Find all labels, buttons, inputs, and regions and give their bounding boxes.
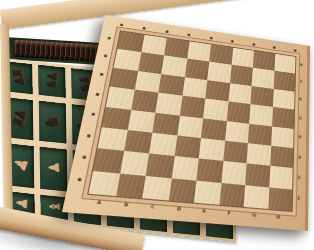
board-square [89, 171, 120, 196]
board-square [199, 138, 225, 161]
rank-label: 2 [297, 176, 300, 181]
board-square [219, 183, 245, 207]
board-square [194, 180, 221, 205]
frame-dot [96, 93, 100, 96]
frame-dot [104, 54, 108, 57]
board-square [221, 161, 247, 185]
frame-dot [107, 36, 111, 39]
compartment-cell: ♞♟ [38, 65, 66, 98]
frame-dot [187, 33, 190, 36]
file-label: F [227, 211, 231, 216]
stored-chess-piece: ♞♟ [45, 72, 58, 90]
rank-label: 1 [297, 197, 300, 202]
board-square [201, 118, 226, 141]
frame-dot [82, 155, 86, 159]
board-square [223, 141, 248, 164]
board-square [155, 93, 182, 115]
board-square [149, 133, 177, 157]
board-square [146, 154, 174, 178]
board-square [272, 107, 295, 129]
board-square [177, 115, 203, 138]
board-square [196, 159, 222, 183]
board-square [93, 148, 123, 173]
board-square [98, 127, 128, 151]
file-label: H [276, 215, 280, 220]
board-square [269, 166, 293, 189]
frame-dot [77, 178, 81, 182]
stored-chess-piece: ♝ [47, 203, 62, 213]
board-square [127, 109, 155, 132]
compartment-cell: ♞ [39, 101, 67, 144]
board-square [225, 121, 250, 143]
rank-label: 6 [299, 98, 302, 102]
stored-chess-piece: ♟♜ [11, 70, 26, 86]
product-photo-stage: Wooden chess set: empty chessboard lid p… [0, 0, 314, 250]
board-square [171, 156, 198, 180]
board-square [247, 143, 271, 166]
board-square [248, 123, 272, 145]
board-square [131, 90, 159, 113]
frame-dot [119, 23, 123, 26]
file-label: D [177, 207, 182, 212]
file-label: E [202, 209, 206, 214]
rank-label: 8 [300, 63, 303, 67]
frame-dot [87, 134, 91, 138]
board-square [124, 130, 153, 154]
frame-dot [142, 27, 145, 30]
frame-dot [231, 40, 234, 43]
file-label: A [96, 200, 101, 206]
board-square [174, 135, 201, 158]
stored-chess-piece: ♟ [11, 157, 30, 174]
rank-label: 7 [299, 80, 302, 84]
rank-label: 3 [298, 155, 301, 160]
stored-chess-piece: ♟ [46, 164, 61, 174]
board-square [168, 178, 196, 203]
frame-dot [252, 43, 255, 46]
rank-label: 5 [299, 116, 302, 121]
board-square [270, 146, 293, 169]
board-squares [87, 30, 296, 212]
board-square [203, 99, 228, 121]
board-square [152, 112, 179, 135]
file-label: C [150, 205, 155, 210]
frame-dot [209, 37, 212, 40]
board-square [179, 96, 205, 118]
stored-chess-piece: ♞ [44, 116, 62, 129]
chessboard-lid: 87654321ABCDEFGH [62, 15, 310, 231]
frame-dot [273, 46, 276, 49]
frame-dot [100, 73, 104, 76]
frame-dot [165, 30, 168, 33]
board-square [271, 126, 294, 148]
board-square [142, 176, 171, 201]
board-square [249, 104, 272, 126]
frame-dot [91, 113, 95, 116]
compartment-cell: ♟ [40, 147, 68, 192]
board-square [268, 187, 292, 211]
board-square [245, 164, 270, 187]
file-label: G [252, 213, 256, 218]
board-square [102, 106, 131, 129]
board-square [244, 185, 269, 209]
board-square [120, 151, 149, 175]
rank-label: 4 [298, 135, 301, 140]
board-square [116, 173, 146, 198]
file-label: B [124, 203, 129, 209]
frame-dot [293, 49, 296, 52]
board-square [226, 101, 250, 123]
stored-chess-piece: ♜♟ [12, 109, 28, 129]
